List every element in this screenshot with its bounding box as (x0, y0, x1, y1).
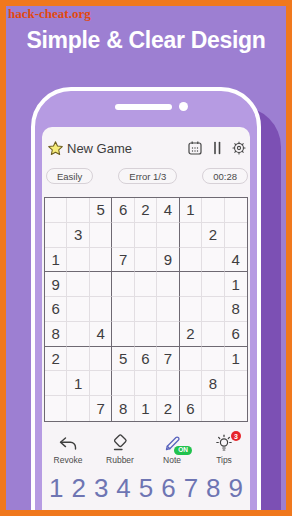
sudoku-cell-r1c7[interactable]: 1 (180, 198, 202, 223)
numpad-7[interactable]: 7 (184, 473, 198, 503)
note-label: Note (163, 455, 181, 465)
ad-screenshot: hack-cheat.org Simple & Clear Design New… (0, 0, 292, 516)
sudoku-cell-r4c8[interactable] (202, 272, 224, 297)
sudoku-cell-r6c9[interactable]: 6 (225, 322, 247, 347)
sudoku-cell-r6c5[interactable] (135, 322, 157, 347)
sudoku-cell-r3c3[interactable] (90, 248, 112, 273)
app-screen: New Game (42, 127, 250, 516)
toolbar: Revoke Rubber (42, 434, 250, 465)
sudoku-cell-r9c4[interactable]: 8 (112, 396, 134, 421)
sudoku-cell-r8c8[interactable]: 8 (202, 371, 224, 396)
sudoku-cell-r5c7[interactable] (180, 297, 202, 322)
sudoku-cell-r2c8[interactable]: 2 (202, 223, 224, 248)
sudoku-cell-r8c4[interactable] (112, 371, 134, 396)
sudoku-cell-r7c1[interactable]: 2 (45, 347, 67, 372)
sudoku-cell-r3c9[interactable]: 4 (225, 248, 247, 273)
sudoku-cell-r5c4[interactable] (112, 297, 134, 322)
app-header: New Game (47, 138, 247, 158)
sudoku-cell-r7c5[interactable]: 6 (135, 347, 157, 372)
phone-mockup: New Game (31, 87, 261, 516)
star-icon (47, 140, 64, 157)
sudoku-cell-r6c6[interactable] (157, 322, 179, 347)
sudoku-cell-r7c9[interactable]: 1 (225, 347, 247, 372)
sudoku-cell-r8c2[interactable]: 1 (67, 371, 89, 396)
sudoku-cell-r4c7[interactable] (180, 272, 202, 297)
sudoku-cell-r7c7[interactable] (180, 347, 202, 372)
numpad-8[interactable]: 8 (206, 473, 220, 503)
sudoku-cell-r8c3[interactable] (90, 371, 112, 396)
sudoku-cell-r9c8[interactable] (202, 396, 224, 421)
numpad-5[interactable]: 5 (139, 473, 153, 503)
sudoku-cell-r3c4[interactable]: 7 (112, 248, 134, 273)
sudoku-cell-r1c8[interactable] (202, 198, 224, 223)
sudoku-cell-r3c2[interactable] (67, 248, 89, 273)
sudoku-cell-r5c3[interactable] (90, 297, 112, 322)
sudoku-cell-r6c8[interactable] (202, 322, 224, 347)
lightbulb-icon: 3 (213, 434, 235, 453)
sudoku-cell-r3c6[interactable]: 9 (157, 248, 179, 273)
sudoku-cell-r8c6[interactable] (157, 371, 179, 396)
sudoku-cell-r7c6[interactable]: 7 (157, 347, 179, 372)
sudoku-cell-r4c3[interactable] (90, 272, 112, 297)
sudoku-cell-r5c8[interactable] (202, 297, 224, 322)
sudoku-cell-r5c5[interactable] (135, 297, 157, 322)
sudoku-cell-r2c2[interactable]: 3 (67, 223, 89, 248)
settings-gear-icon[interactable] (231, 140, 247, 156)
sudoku-cell-r2c9[interactable] (225, 223, 247, 248)
eraser-icon (109, 434, 131, 453)
error-counter-pill: Error 1/3 (118, 168, 177, 184)
sudoku-cell-r6c2[interactable] (67, 322, 89, 347)
revoke-label: Revoke (54, 455, 83, 465)
sudoku-cell-r6c4[interactable] (112, 322, 134, 347)
status-row: Easily Error 1/3 00:28 (46, 168, 248, 184)
sudoku-cell-r8c1[interactable] (45, 371, 67, 396)
sudoku-cell-r4c6[interactable] (157, 272, 179, 297)
numpad-9[interactable]: 9 (229, 473, 243, 503)
sudoku-cell-r2c3[interactable] (90, 223, 112, 248)
number-pad: 123456789 (49, 473, 243, 503)
sudoku-cell-r3c7[interactable] (180, 248, 202, 273)
rubber-label: Rubber (106, 455, 134, 465)
sudoku-cell-r7c3[interactable] (90, 347, 112, 372)
difficulty-pill[interactable]: Easily (46, 168, 93, 184)
sudoku-cell-r6c3[interactable]: 4 (90, 322, 112, 347)
sudoku-cell-r9c1[interactable] (45, 396, 67, 421)
sudoku-cell-r5c2[interactable] (67, 297, 89, 322)
sudoku-cell-r7c8[interactable] (202, 347, 224, 372)
phone-speaker (115, 104, 172, 110)
sudoku-cell-r4c5[interactable] (135, 272, 157, 297)
sudoku-cell-r8c5[interactable] (135, 371, 157, 396)
note-on-badge: ON (174, 446, 192, 456)
sudoku-cell-r9c9[interactable] (225, 396, 247, 421)
sudoku-cell-r4c1[interactable]: 9 (45, 272, 67, 297)
note-button[interactable]: ON Note (146, 434, 198, 465)
calendar-icon[interactable] (187, 140, 203, 156)
sudoku-cell-r1c2[interactable] (67, 198, 89, 223)
sudoku-cell-r4c9[interactable]: 1 (225, 272, 247, 297)
undo-arrow-icon (57, 434, 79, 453)
sudoku-cell-r9c3[interactable]: 7 (90, 396, 112, 421)
sudoku-cell-r8c7[interactable] (180, 371, 202, 396)
sudoku-cell-r2c6[interactable] (157, 223, 179, 248)
sudoku-cell-r2c5[interactable] (135, 223, 157, 248)
numpad-1[interactable]: 1 (49, 473, 63, 503)
sudoku-cell-r7c2[interactable] (67, 347, 89, 372)
numpad-6[interactable]: 6 (161, 473, 175, 503)
sudoku-cell-r5c6[interactable] (157, 297, 179, 322)
numpad-3[interactable]: 3 (94, 473, 108, 503)
sudoku-cell-r5c1[interactable]: 6 (45, 297, 67, 322)
sudoku-cell-r5c9[interactable]: 8 (225, 297, 247, 322)
timer-pill: 00:28 (202, 168, 248, 184)
sudoku-cell-r1c9[interactable] (225, 198, 247, 223)
numpad-2[interactable]: 2 (71, 473, 85, 503)
revoke-button[interactable]: Revoke (42, 434, 94, 465)
sudoku-cell-r1c4[interactable]: 6 (112, 198, 134, 223)
sudoku-cell-r3c1[interactable]: 1 (45, 248, 67, 273)
tips-button[interactable]: 3 Tips (198, 434, 250, 465)
pause-icon[interactable] (212, 141, 222, 155)
hero-title: Simple & Clear Design (0, 27, 292, 54)
sudoku-cell-r1c6[interactable]: 4 (157, 198, 179, 223)
sudoku-cell-r9c5[interactable]: 1 (135, 396, 157, 421)
sudoku-cell-r6c1[interactable]: 8 (45, 322, 67, 347)
tips-label: Tips (216, 455, 232, 465)
sudoku-cell-r1c5[interactable]: 2 (135, 198, 157, 223)
sudoku-cell-r3c5[interactable] (135, 248, 157, 273)
rubber-button[interactable]: Rubber (94, 434, 146, 465)
sudoku-cell-r6c7[interactable]: 2 (180, 322, 202, 347)
sudoku-cell-r4c2[interactable] (67, 272, 89, 297)
game-title: New Game (67, 141, 132, 156)
sudoku-cell-r9c2[interactable] (67, 396, 89, 421)
sudoku-cell-r2c1[interactable] (45, 223, 67, 248)
sudoku-cell-r7c4[interactable]: 5 (112, 347, 134, 372)
sudoku-grid: 5624132179491688426256711878126 (44, 197, 248, 422)
sudoku-cell-r9c7[interactable]: 6 (180, 396, 202, 421)
sudoku-cell-r2c4[interactable] (112, 223, 134, 248)
sudoku-cell-r4c4[interactable] (112, 272, 134, 297)
watermark-text: hack-cheat.org (8, 6, 91, 22)
tips-count-badge: 3 (231, 431, 241, 441)
numpad-4[interactable]: 4 (116, 473, 130, 503)
sudoku-cell-r9c6[interactable]: 2 (157, 396, 179, 421)
sudoku-cell-r3c8[interactable] (202, 248, 224, 273)
pencil-icon: ON (161, 434, 183, 453)
phone-camera (179, 102, 188, 111)
sudoku-cell-r8c9[interactable] (225, 371, 247, 396)
sudoku-cell-r1c1[interactable] (45, 198, 67, 223)
sudoku-cell-r2c7[interactable] (180, 223, 202, 248)
sudoku-cell-r1c3[interactable]: 5 (90, 198, 112, 223)
